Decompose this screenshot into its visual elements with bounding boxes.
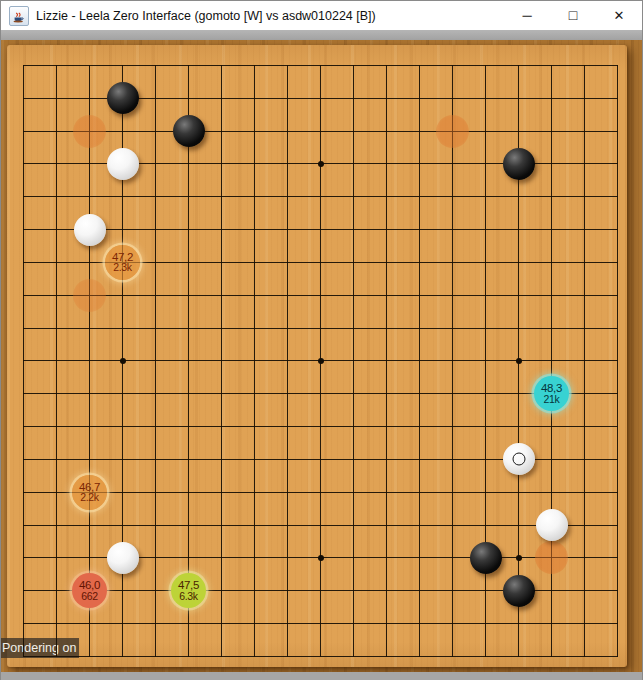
- white-stone: ○: [107, 148, 139, 180]
- lizzie-window: Lizzie - Leela Zero Interface (gomoto [W…: [0, 0, 643, 680]
- star-point: [318, 555, 324, 561]
- black-stone: ●: [470, 542, 502, 574]
- grid-line: [23, 196, 618, 197]
- faint-candidate-circle[interactable]: [73, 115, 106, 148]
- grid-line: [23, 295, 618, 296]
- star-point: [318, 358, 324, 364]
- star-point: [318, 161, 324, 167]
- best-candidate-move-circle[interactable]: 48,321k: [534, 376, 569, 411]
- star-point: [516, 555, 522, 561]
- faint-candidate-circle[interactable]: [535, 541, 568, 574]
- candidate-move-circle[interactable]: 46,0662: [72, 573, 107, 608]
- grid-line: [23, 131, 618, 132]
- white-stone: ○: [536, 509, 568, 541]
- white-stone: ○: [74, 214, 106, 246]
- grid-line: [23, 328, 618, 329]
- star-point: [516, 358, 522, 364]
- black-stone: ●: [107, 82, 139, 114]
- candidate-visits: 2.2k: [80, 492, 99, 503]
- stone-glyph: ●: [511, 148, 527, 180]
- stone-glyph: ●: [511, 575, 527, 607]
- grid-line: [23, 525, 618, 526]
- faint-candidate-circle[interactable]: [436, 115, 469, 148]
- grid-line: [23, 426, 618, 427]
- stone-glyph: ○: [544, 509, 560, 541]
- grid-line: [23, 623, 618, 624]
- black-stone: ●: [173, 115, 205, 147]
- board-layer: ●●●○○○○○●●48,321k47,22.3k46,72.2k46,0662…: [0, 0, 643, 680]
- stone-glyph: ○: [82, 214, 98, 246]
- grid-line: [23, 492, 618, 493]
- candidate-visits: 2.3k: [113, 262, 132, 273]
- white-stone: ○: [107, 542, 139, 574]
- stone-glyph: ●: [478, 542, 494, 574]
- stone-glyph: ●: [181, 115, 197, 147]
- black-stone: ●: [503, 575, 535, 607]
- grid-line: [23, 656, 618, 657]
- white-stone: ○: [503, 443, 535, 475]
- stone-glyph: ○: [115, 148, 131, 180]
- grid-line: [23, 229, 618, 230]
- faint-candidate-circle[interactable]: [73, 279, 106, 312]
- stone-glyph: ○: [115, 542, 131, 574]
- grid-line: [23, 65, 618, 66]
- last-move-marker: [512, 453, 525, 466]
- candidate-visits: 21k: [543, 394, 559, 405]
- black-stone: ●: [503, 148, 535, 180]
- candidate-visits: 662: [81, 591, 98, 602]
- candidate-visits: 6.3k: [179, 591, 198, 602]
- candidate-move-circle[interactable]: 47,56.3k: [171, 573, 206, 608]
- candidate-move-circle[interactable]: 46,72.2k: [72, 475, 107, 510]
- stone-glyph: ●: [115, 82, 131, 114]
- candidate-move-circle[interactable]: 47,22.3k: [105, 245, 140, 280]
- star-point: [120, 358, 126, 364]
- grid-line: [23, 393, 618, 394]
